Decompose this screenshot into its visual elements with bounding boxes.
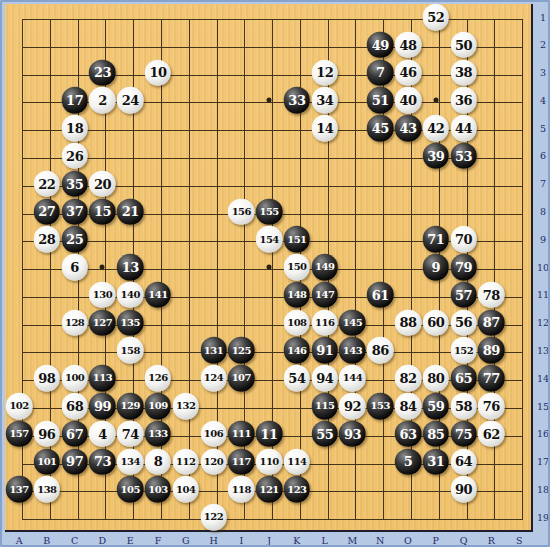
stone-black-143-M13: 143 — [339, 337, 366, 364]
row-label-13: 13 — [535, 337, 550, 365]
stone-white-124-H14: 124 — [200, 365, 227, 392]
col-label-M: M — [339, 533, 367, 547]
stone-white-4-D16: 4 — [89, 421, 116, 448]
stone-white-48-O2: 48 — [395, 32, 422, 59]
stone-black-117-I17: 117 — [228, 448, 255, 475]
stone-black-148-K11: 148 — [284, 282, 311, 309]
col-label-Q: Q — [450, 533, 478, 547]
stone-black-11-J16: 11 — [256, 421, 283, 448]
stone-white-24-E4: 24 — [117, 87, 144, 114]
stone-white-56-Q12: 56 — [450, 309, 477, 336]
stone-black-59-P15: 59 — [423, 393, 450, 420]
stone-white-156-I8: 156 — [228, 198, 255, 225]
stone-black-137-A18: 137 — [6, 476, 33, 503]
stone-black-123-K18: 123 — [284, 476, 311, 503]
col-label-I: I — [227, 533, 255, 547]
stone-black-37-C8: 37 — [61, 198, 88, 225]
stone-black-9-P10: 9 — [423, 254, 450, 281]
row-label-15: 15 — [535, 392, 550, 420]
stone-black-111-I16: 111 — [228, 421, 255, 448]
row-label-6: 6 — [535, 142, 550, 170]
col-label-N: N — [366, 533, 394, 547]
stone-black-71-P9: 71 — [423, 226, 450, 253]
stone-black-75-Q16: 75 — [450, 421, 477, 448]
col-label-P: P — [422, 533, 450, 547]
stone-white-84-O15: 84 — [395, 393, 422, 420]
stone-white-12-L3: 12 — [311, 59, 338, 86]
stone-white-100-C14: 100 — [61, 365, 88, 392]
stone-white-90-Q18: 90 — [450, 476, 477, 503]
stone-white-132-G15: 132 — [173, 393, 200, 420]
stone-black-23-D3: 23 — [89, 59, 116, 86]
stone-white-118-I18: 118 — [228, 476, 255, 503]
stone-white-126-F14: 126 — [145, 365, 172, 392]
stone-white-70-Q9: 70 — [450, 226, 477, 253]
stone-white-68-C15: 68 — [61, 393, 88, 420]
stone-black-105-E18: 105 — [117, 476, 144, 503]
stone-black-13-E10: 13 — [117, 254, 144, 281]
stone-black-131-H13: 131 — [200, 337, 227, 364]
col-label-E: E — [116, 533, 144, 547]
stone-white-140-E11: 140 — [117, 282, 144, 309]
stone-white-120-H17: 120 — [200, 448, 227, 475]
stone-black-5-O17: 5 — [395, 448, 422, 475]
col-label-K: K — [283, 533, 311, 547]
stones-layer: 5249485023101274638172243334514036181445… — [5, 3, 533, 531]
stone-white-122-H19: 122 — [200, 504, 227, 531]
stone-black-101-B17: 101 — [34, 448, 61, 475]
stone-white-102-A15: 102 — [6, 393, 33, 420]
stone-black-53-Q6: 53 — [450, 143, 477, 170]
stone-white-52-P1: 52 — [423, 4, 450, 31]
stone-white-86-N13: 86 — [367, 337, 394, 364]
column-coordinates: ABCDEFGHIJKLMNOPQRS — [5, 533, 533, 547]
row-coordinates: 12345678910111213141516171819 — [535, 3, 550, 531]
stone-black-127-D12: 127 — [89, 309, 116, 336]
col-label-L: L — [311, 533, 339, 547]
row-label-2: 2 — [535, 31, 550, 59]
stone-black-35-C7: 35 — [61, 171, 88, 198]
stone-white-20-D7: 20 — [89, 171, 116, 198]
stone-black-91-L13: 91 — [311, 337, 338, 364]
col-label-A: A — [5, 533, 33, 547]
stone-white-106-H16: 106 — [200, 421, 227, 448]
stone-black-31-P17: 31 — [423, 448, 450, 475]
col-label-B: B — [33, 533, 61, 547]
stone-white-50-Q2: 50 — [450, 32, 477, 59]
stone-black-109-F15: 109 — [145, 393, 172, 420]
stone-black-141-F11: 141 — [145, 282, 172, 309]
stone-white-152-Q13: 152 — [450, 337, 477, 364]
stone-white-80-P14: 80 — [423, 365, 450, 392]
stone-black-51-N4: 51 — [367, 87, 394, 114]
stone-black-149-L10: 149 — [311, 254, 338, 281]
stone-white-8-F17: 8 — [145, 448, 172, 475]
stone-black-17-C4: 17 — [61, 87, 88, 114]
stone-black-151-K9: 151 — [284, 226, 311, 253]
row-label-17: 17 — [535, 448, 550, 476]
stone-black-145-M12: 145 — [339, 309, 366, 336]
stone-black-129-E15: 129 — [117, 393, 144, 420]
stone-white-22-B7: 22 — [34, 171, 61, 198]
stone-white-36-Q4: 36 — [450, 87, 477, 114]
stone-white-78-R11: 78 — [478, 282, 505, 309]
row-label-12: 12 — [535, 309, 550, 337]
stone-black-77-R14: 77 — [478, 365, 505, 392]
stone-white-46-O3: 46 — [395, 59, 422, 86]
stone-black-146-K13: 146 — [284, 337, 311, 364]
stone-white-74-E16: 74 — [117, 421, 144, 448]
stone-white-108-K12: 108 — [284, 309, 311, 336]
stone-white-138-B18: 138 — [34, 476, 61, 503]
stone-white-98-B14: 98 — [34, 365, 61, 392]
stone-black-97-C17: 97 — [61, 448, 88, 475]
stone-black-125-I13: 125 — [228, 337, 255, 364]
stone-white-92-M15: 92 — [339, 393, 366, 420]
stone-white-94-L14: 94 — [311, 365, 338, 392]
stone-black-49-N2: 49 — [367, 32, 394, 59]
stone-black-121-J18: 121 — [256, 476, 283, 503]
stone-black-25-C9: 25 — [61, 226, 88, 253]
stone-white-76-R15: 76 — [478, 393, 505, 420]
stone-black-73-D17: 73 — [89, 448, 116, 475]
stone-black-45-N5: 45 — [367, 115, 394, 142]
stone-white-144-M14: 144 — [339, 365, 366, 392]
row-label-8: 8 — [535, 198, 550, 226]
row-label-5: 5 — [535, 114, 550, 142]
stone-white-40-O4: 40 — [395, 87, 422, 114]
stone-white-58-Q15: 58 — [450, 393, 477, 420]
stone-white-150-K10: 150 — [284, 254, 311, 281]
col-label-C: C — [61, 533, 89, 547]
stone-black-57-Q11: 57 — [450, 282, 477, 309]
stone-white-54-K14: 54 — [284, 365, 311, 392]
stone-black-15-D8: 15 — [89, 198, 116, 225]
stone-white-60-P12: 60 — [423, 309, 450, 336]
stone-white-14-L5: 14 — [311, 115, 338, 142]
col-label-O: O — [394, 533, 422, 547]
stone-black-67-C16: 67 — [61, 421, 88, 448]
stone-white-104-G18: 104 — [173, 476, 200, 503]
stone-black-79-Q10: 79 — [450, 254, 477, 281]
stone-white-114-K17: 114 — [284, 448, 311, 475]
stone-white-64-Q17: 64 — [450, 448, 477, 475]
stone-white-42-P5: 42 — [423, 115, 450, 142]
col-label-H: H — [200, 533, 228, 547]
stone-black-89-R13: 89 — [478, 337, 505, 364]
stone-white-34-L4: 34 — [311, 87, 338, 114]
row-label-1: 1 — [535, 3, 550, 31]
stone-black-133-F16: 133 — [145, 421, 172, 448]
stone-black-147-L11: 147 — [311, 282, 338, 309]
stone-white-2-D4: 2 — [89, 87, 116, 114]
stone-black-43-O5: 43 — [395, 115, 422, 142]
stone-white-62-R16: 62 — [478, 421, 505, 448]
stone-black-87-R12: 87 — [478, 309, 505, 336]
stone-white-88-O12: 88 — [395, 309, 422, 336]
stone-white-28-B9: 28 — [34, 226, 61, 253]
row-label-3: 3 — [535, 59, 550, 87]
stone-white-6-C10: 6 — [61, 254, 88, 281]
stone-white-130-D11: 130 — [89, 282, 116, 309]
stone-black-65-Q14: 65 — [450, 365, 477, 392]
stone-white-128-C12: 128 — [61, 309, 88, 336]
stone-white-44-Q5: 44 — [450, 115, 477, 142]
stone-white-38-Q3: 38 — [450, 59, 477, 86]
row-label-7: 7 — [535, 170, 550, 198]
col-label-J: J — [255, 533, 283, 547]
stone-white-158-E13: 158 — [117, 337, 144, 364]
col-label-D: D — [89, 533, 117, 547]
stone-white-112-G17: 112 — [173, 448, 200, 475]
stone-black-157-A16: 157 — [6, 421, 33, 448]
stone-black-107-I14: 107 — [228, 365, 255, 392]
stone-black-99-D15: 99 — [89, 393, 116, 420]
row-label-4: 4 — [535, 87, 550, 115]
stone-black-155-J8: 155 — [256, 198, 283, 225]
stone-black-103-F18: 103 — [145, 476, 172, 503]
col-label-S: S — [505, 533, 533, 547]
stone-black-61-N11: 61 — [367, 282, 394, 309]
stone-black-55-L16: 55 — [311, 421, 338, 448]
stone-black-39-P6: 39 — [423, 143, 450, 170]
stone-black-115-L15: 115 — [311, 393, 338, 420]
stone-black-33-K4: 33 — [284, 87, 311, 114]
stone-black-93-M16: 93 — [339, 421, 366, 448]
col-label-R: R — [477, 533, 505, 547]
row-label-10: 10 — [535, 253, 550, 281]
col-label-G: G — [172, 533, 200, 547]
stone-white-96-B16: 96 — [34, 421, 61, 448]
stone-white-110-J17: 110 — [256, 448, 283, 475]
kifu-diagram: 5249485023101274638172243334514036181445… — [0, 0, 550, 547]
stone-white-134-E17: 134 — [117, 448, 144, 475]
row-label-16: 16 — [535, 420, 550, 448]
row-label-14: 14 — [535, 364, 550, 392]
stone-black-27-B8: 27 — [34, 198, 61, 225]
stone-white-116-L12: 116 — [311, 309, 338, 336]
stone-white-10-F3: 10 — [145, 59, 172, 86]
row-label-19: 19 — [535, 503, 550, 531]
stone-black-153-N15: 153 — [367, 393, 394, 420]
stone-black-63-O16: 63 — [395, 421, 422, 448]
col-label-F: F — [144, 533, 172, 547]
stone-black-135-E12: 135 — [117, 309, 144, 336]
stone-white-18-C5: 18 — [61, 115, 88, 142]
stone-black-113-D14: 113 — [89, 365, 116, 392]
row-label-11: 11 — [535, 281, 550, 309]
row-label-18: 18 — [535, 475, 550, 503]
stone-white-154-J9: 154 — [256, 226, 283, 253]
stone-white-82-O14: 82 — [395, 365, 422, 392]
stone-black-7-N3: 7 — [367, 59, 394, 86]
stone-black-21-E8: 21 — [117, 198, 144, 225]
row-label-9: 9 — [535, 225, 550, 253]
stone-white-26-C6: 26 — [61, 143, 88, 170]
stone-black-85-P16: 85 — [423, 421, 450, 448]
